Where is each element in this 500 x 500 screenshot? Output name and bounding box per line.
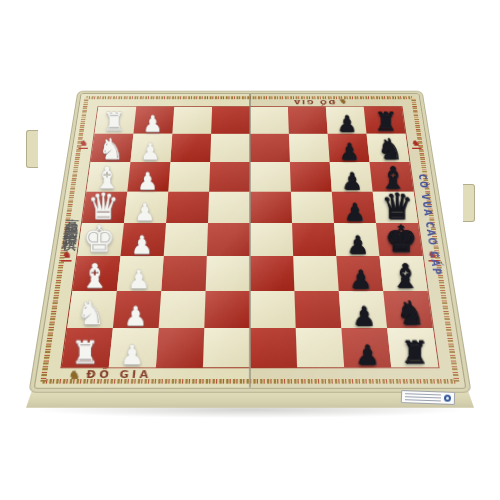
square-r2c8: ♞ <box>367 134 410 162</box>
square-r8c2: ♟ <box>109 328 159 367</box>
black-pawn: ♟ <box>356 342 380 369</box>
white-pawn: ♟ <box>131 233 153 258</box>
box-clasp-right <box>463 184 475 222</box>
black-pawn: ♟ <box>352 303 375 329</box>
knight-emblem-icon: ♞ <box>76 140 90 149</box>
square-r7c6 <box>294 291 341 328</box>
square-r6c3 <box>161 256 207 291</box>
square-r2c2: ♟ <box>130 134 172 162</box>
square-r3c3 <box>168 162 210 192</box>
square-r8c7: ♟ <box>341 328 391 367</box>
square-r4c5 <box>250 192 292 223</box>
horse-logo-icon: ♞ <box>68 368 82 382</box>
square-r7c3 <box>159 291 206 328</box>
brand-top-upside-down: ♞ ĐỒ GIA <box>292 98 347 105</box>
square-r6c6 <box>293 256 339 291</box>
square-r2c6 <box>289 134 330 162</box>
brand-bottom: ♞ ĐỒ GIA <box>68 368 152 381</box>
white-pawn: ♟ <box>143 113 163 135</box>
chess-board: ♞ ♞ ♞ ♞ 高級國際棋 CỜ VUA CAO CẤP ♞ ĐỒ GIA ♞ … <box>34 93 467 389</box>
square-r1c6 <box>288 107 328 134</box>
white-king: ♚ <box>83 221 116 258</box>
square-r5c1: ♚ <box>77 223 124 256</box>
white-pawn: ♟ <box>124 303 147 329</box>
square-r7c2: ♟ <box>113 291 161 328</box>
square-r6c1: ♝ <box>72 256 120 291</box>
board-scene: ♞ ♞ ♞ ♞ 高級國際棋 CỜ VUA CAO CẤP ♞ ĐỒ GIA ♞ … <box>60 33 440 413</box>
square-r8c4 <box>203 328 250 367</box>
horse-logo-icon: ♞ <box>339 98 348 105</box>
square-r7c5 <box>250 291 296 328</box>
black-pawn: ♟ <box>339 141 359 164</box>
square-r5c4 <box>207 223 250 256</box>
square-r6c5 <box>250 256 294 291</box>
square-r1c1: ♜ <box>95 107 137 134</box>
manufacturer-sticker <box>401 390 455 405</box>
square-r3c6 <box>290 162 332 192</box>
square-r2c5 <box>250 134 290 162</box>
square-r8c5 <box>250 328 297 367</box>
square-r7c4 <box>204 291 250 328</box>
white-knight: ♞ <box>76 297 105 330</box>
black-pawn: ♟ <box>344 200 365 224</box>
square-r5c7: ♟ <box>334 223 379 256</box>
brand-top-label: ĐỒ GIA <box>292 99 336 105</box>
square-r5c5 <box>250 223 293 256</box>
square-r1c2: ♟ <box>133 107 174 134</box>
sticker-logo-icon <box>444 395 451 402</box>
square-r4c2: ♟ <box>124 192 168 223</box>
black-bishop: ♝ <box>390 260 419 293</box>
square-r6c4 <box>206 256 250 291</box>
square-r7c1: ♞ <box>67 291 117 328</box>
box-clasp-left <box>26 130 38 168</box>
square-r8c1: ♜ <box>62 328 113 367</box>
square-r3c5 <box>250 162 291 192</box>
square-r6c7: ♟ <box>336 256 383 291</box>
square-r2c7: ♟ <box>328 134 370 162</box>
square-r7c8: ♞ <box>383 291 433 328</box>
square-r2c1: ♞ <box>91 134 134 162</box>
square-r4c7: ♟ <box>332 192 376 223</box>
square-r7c7: ♟ <box>339 291 387 328</box>
black-pawn: ♟ <box>350 267 373 292</box>
square-r5c3 <box>164 223 208 256</box>
white-pawn: ♟ <box>128 267 151 292</box>
white-pawn: ♟ <box>137 170 158 193</box>
black-pawn: ♟ <box>337 113 357 135</box>
white-rook: ♜ <box>71 337 99 368</box>
white-pawn: ♟ <box>134 200 155 224</box>
knight-emblem-icon: ♞ <box>409 140 423 149</box>
square-r1c3 <box>172 107 212 134</box>
fold-seam <box>249 94 251 388</box>
square-r1c5 <box>250 107 289 134</box>
square-r3c7: ♟ <box>330 162 373 192</box>
square-r8c6 <box>296 328 344 367</box>
square-r2c4 <box>210 134 250 162</box>
square-r1c4 <box>211 107 250 134</box>
square-r3c4 <box>209 162 250 192</box>
chess-set-photo: ♞ ♞ ♞ ♞ 高級國際棋 CỜ VUA CAO CẤP ♞ ĐỒ GIA ♞ … <box>0 0 500 500</box>
black-pawn: ♟ <box>347 233 369 258</box>
square-r3c2: ♟ <box>127 162 170 192</box>
square-r5c8: ♚ <box>376 223 423 256</box>
brand-bottom-label: ĐỒ GIA <box>86 369 152 380</box>
square-r8c3 <box>156 328 204 367</box>
square-r4c6 <box>291 192 334 223</box>
square-r1c8: ♜ <box>364 107 406 134</box>
black-knight: ♞ <box>395 297 424 330</box>
square-r6c8: ♝ <box>379 256 427 291</box>
square-r4c4 <box>208 192 250 223</box>
square-r5c2: ♟ <box>121 223 166 256</box>
black-king: ♚ <box>384 221 417 258</box>
square-r4c3 <box>166 192 209 223</box>
white-bishop: ♝ <box>80 260 109 293</box>
white-pawn: ♟ <box>120 342 144 369</box>
square-r5c6 <box>292 223 336 256</box>
black-rook: ♜ <box>401 337 429 368</box>
square-r2c3 <box>170 134 211 162</box>
black-pawn: ♟ <box>342 170 363 193</box>
white-pawn: ♟ <box>140 141 160 164</box>
sticker-fine-print <box>405 393 441 401</box>
square-r8c8: ♜ <box>387 328 438 367</box>
square-r6c2: ♟ <box>117 256 164 291</box>
square-r1c7: ♟ <box>326 107 367 134</box>
